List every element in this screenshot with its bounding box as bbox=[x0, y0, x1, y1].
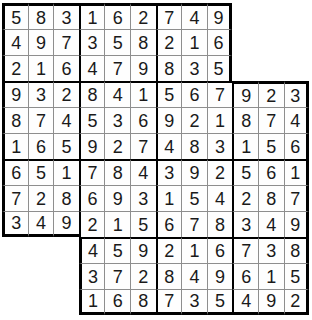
sudoku-cell-r4c7[interactable]: 5 bbox=[156, 81, 182, 107]
empty-corner-region bbox=[28, 289, 54, 315]
sudoku-cell-r1c2[interactable]: 8 bbox=[28, 3, 54, 29]
sudoku-cell-r11c9[interactable]: 9 bbox=[207, 263, 233, 289]
sudoku-cell-r4c5[interactable]: 4 bbox=[104, 81, 130, 107]
sudoku-cell-r7c4[interactable]: 7 bbox=[79, 159, 105, 185]
sudoku-cell-r1c3[interactable]: 3 bbox=[53, 3, 79, 29]
sudoku-cell-r5c9[interactable]: 1 bbox=[207, 107, 233, 133]
sudoku-cell-r11c12[interactable]: 5 bbox=[284, 263, 310, 289]
sudoku-cell-r8c7[interactable]: 1 bbox=[156, 185, 182, 211]
sudoku-cell-r1c6[interactable]: 2 bbox=[130, 3, 156, 29]
sudoku-cell-r7c5[interactable]: 8 bbox=[104, 159, 130, 185]
sudoku-cell-r2c8[interactable]: 1 bbox=[181, 29, 207, 55]
sudoku-cell-r4c8[interactable]: 6 bbox=[181, 81, 207, 107]
sudoku-cell-r11c10[interactable]: 6 bbox=[232, 263, 258, 289]
sudoku-cell-r3c5[interactable]: 7 bbox=[104, 55, 130, 81]
sudoku-cell-r10c4[interactable]: 4 bbox=[79, 237, 105, 263]
sudoku-cell-r3c4[interactable]: 4 bbox=[79, 55, 105, 81]
sudoku-cell-r5c1[interactable]: 8 bbox=[2, 107, 28, 133]
sudoku-cell-r8c2[interactable]: 2 bbox=[28, 185, 54, 211]
sudoku-cell-r5c4[interactable]: 5 bbox=[79, 107, 105, 133]
sudoku-cell-r7c1[interactable]: 6 bbox=[2, 159, 28, 185]
sudoku-cell-r4c2[interactable]: 3 bbox=[28, 81, 54, 107]
sudoku-cell-r12c11[interactable]: 9 bbox=[258, 289, 284, 315]
sudoku-cell-r8c12[interactable]: 7 bbox=[284, 185, 310, 211]
sudoku-cell-r6c10[interactable]: 1 bbox=[232, 133, 258, 159]
sudoku-cell-r9c5[interactable]: 1 bbox=[104, 211, 130, 237]
sudoku-cell-r3c7[interactable]: 8 bbox=[156, 55, 182, 81]
sudoku-cell-r6c4[interactable]: 9 bbox=[79, 133, 105, 159]
sudoku-cell-r1c5[interactable]: 6 bbox=[104, 3, 130, 29]
empty-corner-region bbox=[232, 3, 258, 29]
sudoku-cell-r1c4[interactable]: 1 bbox=[79, 3, 105, 29]
sudoku-cell-r9c7[interactable]: 6 bbox=[156, 211, 182, 237]
sudoku-cell-r11c7[interactable]: 8 bbox=[156, 263, 182, 289]
sudoku-cell-r5c7[interactable]: 9 bbox=[156, 107, 182, 133]
empty-corner-region bbox=[284, 55, 310, 81]
sudoku-cell-r12c12[interactable]: 2 bbox=[284, 289, 310, 315]
sudoku-cell-r3c9[interactable]: 5 bbox=[207, 55, 233, 81]
sudoku-cell-r5c10[interactable]: 8 bbox=[232, 107, 258, 133]
sudoku-cell-r5c2[interactable]: 7 bbox=[28, 107, 54, 133]
sudoku-cell-r2c1[interactable]: 4 bbox=[2, 29, 28, 55]
empty-corner-region bbox=[2, 289, 28, 315]
sudoku-cell-r7c2[interactable]: 5 bbox=[28, 159, 54, 185]
sudoku-cell-r5c12[interactable]: 4 bbox=[284, 107, 310, 133]
sudoku-cell-r2c2[interactable]: 9 bbox=[28, 29, 54, 55]
sudoku-cell-r3c2[interactable]: 1 bbox=[28, 55, 54, 81]
sudoku-cell-r7c11[interactable]: 6 bbox=[258, 159, 284, 185]
sudoku-cell-r9c8[interactable]: 7 bbox=[181, 211, 207, 237]
sudoku-cell-r11c11[interactable]: 1 bbox=[258, 263, 284, 289]
sudoku-cell-r12c5[interactable]: 6 bbox=[104, 289, 130, 315]
sudoku-cell-r10c5[interactable]: 5 bbox=[104, 237, 130, 263]
sudoku-cell-r12c8[interactable]: 3 bbox=[181, 289, 207, 315]
sudoku-cell-r4c1[interactable]: 9 bbox=[2, 81, 28, 107]
sudoku-cell-r2c7[interactable]: 2 bbox=[156, 29, 182, 55]
sudoku-cell-r8c4[interactable]: 6 bbox=[79, 185, 105, 211]
sudoku-cell-r4c9[interactable]: 7 bbox=[207, 81, 233, 107]
sudoku-cell-r9c4[interactable]: 2 bbox=[79, 211, 105, 237]
sudoku-cell-r10c7[interactable]: 2 bbox=[156, 237, 182, 263]
sudoku-cell-r11c8[interactable]: 4 bbox=[181, 263, 207, 289]
empty-corner-region bbox=[232, 55, 258, 81]
sudoku-cell-r6c5[interactable]: 2 bbox=[104, 133, 130, 159]
sudoku-cell-r4c10[interactable]: 9 bbox=[232, 81, 258, 107]
sudoku-cell-r1c9[interactable]: 9 bbox=[207, 3, 233, 29]
sudoku-cell-r12c6[interactable]: 8 bbox=[130, 289, 156, 315]
empty-corner-region bbox=[28, 263, 54, 289]
sudoku-cell-r1c7[interactable]: 7 bbox=[156, 3, 182, 29]
sudoku-cell-r9c10[interactable]: 3 bbox=[232, 211, 258, 237]
empty-corner-region bbox=[284, 3, 310, 29]
sudoku-cell-r6c8[interactable]: 8 bbox=[181, 133, 207, 159]
sudoku-cell-r12c10[interactable]: 4 bbox=[232, 289, 258, 315]
sudoku-cell-r2c6[interactable]: 8 bbox=[130, 29, 156, 55]
sudoku-cell-r1c1[interactable]: 5 bbox=[2, 3, 28, 29]
sudoku-cell-r6c11[interactable]: 5 bbox=[258, 133, 284, 159]
sudoku-cell-r2c4[interactable]: 3 bbox=[79, 29, 105, 55]
sudoku-cell-r10c12[interactable]: 8 bbox=[284, 237, 310, 263]
sudoku-cell-r5c8[interactable]: 2 bbox=[181, 107, 207, 133]
sudoku-cell-r3c3[interactable]: 6 bbox=[53, 55, 79, 81]
sudoku-cell-r11c6[interactable]: 2 bbox=[130, 263, 156, 289]
twin-sudoku-board: 5831627494973582162164798359328415679238… bbox=[2, 3, 309, 315]
sudoku-cell-r9c12[interactable]: 9 bbox=[284, 211, 310, 237]
sudoku-cell-r9c6[interactable]: 5 bbox=[130, 211, 156, 237]
sudoku-cell-r8c10[interactable]: 2 bbox=[232, 185, 258, 211]
sudoku-cell-r3c6[interactable]: 9 bbox=[130, 55, 156, 81]
sudoku-cell-r4c12[interactable]: 3 bbox=[284, 81, 310, 107]
sudoku-cell-r8c1[interactable]: 7 bbox=[2, 185, 28, 211]
sudoku-cell-r4c3[interactable]: 2 bbox=[53, 81, 79, 107]
sudoku-cell-r6c7[interactable]: 4 bbox=[156, 133, 182, 159]
sudoku-cell-r5c6[interactable]: 6 bbox=[130, 107, 156, 133]
sudoku-cell-r6c12[interactable]: 6 bbox=[284, 133, 310, 159]
sudoku-cell-r7c9[interactable]: 2 bbox=[207, 159, 233, 185]
sudoku-cell-r6c3[interactable]: 5 bbox=[53, 133, 79, 159]
sudoku-cell-r8c11[interactable]: 8 bbox=[258, 185, 284, 211]
sudoku-cell-r6c6[interactable]: 7 bbox=[130, 133, 156, 159]
sudoku-cell-r10c6[interactable]: 9 bbox=[130, 237, 156, 263]
sudoku-cell-r9c3[interactable]: 9 bbox=[53, 211, 79, 237]
sudoku-cell-r12c9[interactable]: 5 bbox=[207, 289, 233, 315]
sudoku-cell-r7c10[interactable]: 5 bbox=[232, 159, 258, 185]
sudoku-cell-r6c2[interactable]: 6 bbox=[28, 133, 54, 159]
sudoku-cell-r9c9[interactable]: 8 bbox=[207, 211, 233, 237]
sudoku-cell-r3c1[interactable]: 2 bbox=[2, 55, 28, 81]
empty-corner-region bbox=[53, 289, 79, 315]
sudoku-cell-r6c9[interactable]: 3 bbox=[207, 133, 233, 159]
sudoku-cell-r12c4[interactable]: 1 bbox=[79, 289, 105, 315]
sudoku-cell-r10c9[interactable]: 6 bbox=[207, 237, 233, 263]
sudoku-cell-r2c5[interactable]: 5 bbox=[104, 29, 130, 55]
sudoku-cell-r10c8[interactable]: 1 bbox=[181, 237, 207, 263]
empty-corner-region bbox=[232, 29, 258, 55]
sudoku-cell-r2c3[interactable]: 7 bbox=[53, 29, 79, 55]
sudoku-cell-r4c4[interactable]: 8 bbox=[79, 81, 105, 107]
empty-corner-region bbox=[28, 237, 54, 263]
sudoku-cell-r8c5[interactable]: 9 bbox=[104, 185, 130, 211]
sudoku-cell-r5c3[interactable]: 4 bbox=[53, 107, 79, 133]
sudoku-cell-r9c2[interactable]: 4 bbox=[28, 211, 54, 237]
sudoku-cell-r12c7[interactable]: 7 bbox=[156, 289, 182, 315]
sudoku-cell-r6c1[interactable]: 1 bbox=[2, 133, 28, 159]
sudoku-cell-r8c8[interactable]: 5 bbox=[181, 185, 207, 211]
empty-corner-region bbox=[2, 237, 28, 263]
sudoku-cell-r2c9[interactable]: 6 bbox=[207, 29, 233, 55]
sudoku-cell-r10c11[interactable]: 3 bbox=[258, 237, 284, 263]
sudoku-cell-r7c3[interactable]: 1 bbox=[53, 159, 79, 185]
empty-corner-region bbox=[258, 29, 284, 55]
sudoku-cell-r10c10[interactable]: 7 bbox=[232, 237, 258, 263]
sudoku-cell-r8c9[interactable]: 4 bbox=[207, 185, 233, 211]
sudoku-cell-r11c4[interactable]: 3 bbox=[79, 263, 105, 289]
sudoku-cell-r5c5[interactable]: 3 bbox=[104, 107, 130, 133]
sudoku-cell-r9c1[interactable]: 3 bbox=[2, 211, 28, 237]
empty-corner-region bbox=[258, 3, 284, 29]
sudoku-cell-r1c8[interactable]: 4 bbox=[181, 3, 207, 29]
sudoku-cell-r4c6[interactable]: 1 bbox=[130, 81, 156, 107]
sudoku-cell-r3c8[interactable]: 3 bbox=[181, 55, 207, 81]
sudoku-cell-r11c5[interactable]: 7 bbox=[104, 263, 130, 289]
empty-corner-region bbox=[2, 263, 28, 289]
empty-corner-region bbox=[284, 29, 310, 55]
sudoku-cell-r9c11[interactable]: 4 bbox=[258, 211, 284, 237]
empty-corner-region bbox=[258, 55, 284, 81]
sudoku-cell-r7c8[interactable]: 9 bbox=[181, 159, 207, 185]
sudoku-cell-r4c11[interactable]: 2 bbox=[258, 81, 284, 107]
sudoku-cell-r8c6[interactable]: 3 bbox=[130, 185, 156, 211]
sudoku-cell-r7c7[interactable]: 3 bbox=[156, 159, 182, 185]
sudoku-cell-r7c12[interactable]: 1 bbox=[284, 159, 310, 185]
empty-corner-region bbox=[53, 263, 79, 289]
sudoku-cell-r8c3[interactable]: 8 bbox=[53, 185, 79, 211]
sudoku-cell-r5c11[interactable]: 7 bbox=[258, 107, 284, 133]
empty-corner-region bbox=[53, 237, 79, 263]
sudoku-cell-r7c6[interactable]: 4 bbox=[130, 159, 156, 185]
